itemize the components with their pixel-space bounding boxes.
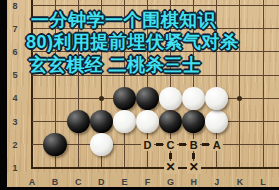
grid-line-row-8 <box>32 5 279 6</box>
col-label-D: D <box>94 177 108 187</box>
black-stone-F4 <box>136 87 159 110</box>
row-label-8: 8 <box>8 1 22 11</box>
letterbox-left <box>0 0 7 190</box>
title-line-2: 80)利用提前埋伏紧气对杀 <box>26 30 239 54</box>
black-stone-H3 <box>182 110 205 133</box>
col-label-B: B <box>48 177 62 187</box>
row-label-7: 7 <box>8 24 22 34</box>
dash-F2-G2 <box>156 143 163 146</box>
video-frame: 12345678ABCDEFGHJKL DCBA✕✕ 一分钟学一个围棋知识 80… <box>0 0 279 190</box>
row-label-6: 6 <box>8 47 22 57</box>
col-label-L: L <box>256 177 270 187</box>
star-point-K4 <box>237 96 242 101</box>
label-B-at-H2: B <box>187 139 200 151</box>
row-label-5: 5 <box>8 70 22 80</box>
star-point-D4 <box>99 96 104 101</box>
col-label-H: H <box>187 177 201 187</box>
x-mark-H1: ✕ <box>187 161 201 174</box>
title-line-1: 一分钟学一个围棋知识 <box>31 8 216 32</box>
row-label-2: 2 <box>8 140 22 150</box>
white-stone-E3 <box>113 110 136 133</box>
dash-G2-G1 <box>169 153 172 159</box>
dash-H2-J2 <box>202 143 209 146</box>
dash-G2-H2 <box>179 143 186 146</box>
grid-line-row-1 <box>32 167 279 170</box>
col-label-E: E <box>117 177 131 187</box>
black-stone-C3 <box>67 110 90 133</box>
white-stone-G4 <box>159 87 182 110</box>
white-stone-D2 <box>90 133 113 156</box>
col-label-J: J <box>210 177 224 187</box>
title-line-3: 玄玄棋经 二桃杀三士 <box>29 53 201 77</box>
col-label-C: C <box>71 177 85 187</box>
row-label-1: 1 <box>8 163 22 173</box>
white-stone-J3 <box>205 110 228 133</box>
col-label-K: K <box>233 177 247 187</box>
white-stone-F3 <box>136 110 159 133</box>
white-stone-J4 <box>205 87 228 110</box>
col-label-F: F <box>141 177 155 187</box>
col-label-A: A <box>25 177 39 187</box>
col-label-G: G <box>164 177 178 187</box>
letterbox-bottom <box>0 187 279 190</box>
black-stone-B2 <box>43 133 66 156</box>
label-A-at-J2: A <box>210 139 223 151</box>
label-D-at-F2: D <box>141 139 154 151</box>
row-label-4: 4 <box>8 93 22 103</box>
black-stone-G3 <box>159 110 182 133</box>
dash-G1-H1 <box>179 167 186 170</box>
white-stone-H4 <box>182 87 205 110</box>
black-stone-D3 <box>90 110 113 133</box>
row-label-3: 3 <box>8 117 22 127</box>
black-stone-E4 <box>113 87 136 110</box>
dash-H2-H1 <box>192 153 195 159</box>
go-board: 12345678ABCDEFGHJKL DCBA✕✕ 一分钟学一个围棋知识 80… <box>7 0 279 187</box>
label-C-at-G2: C <box>164 139 177 151</box>
x-mark-G1: ✕ <box>164 161 178 174</box>
